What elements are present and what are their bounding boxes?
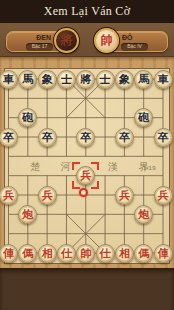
piece-red-仕-r9c5[interactable]: 仕	[96, 244, 115, 263]
piece-glyph: 炮	[22, 209, 33, 220]
player-name-red: ĐỎ	[122, 34, 133, 41]
piece-glyph: 卒	[158, 132, 169, 143]
header-bar: Xem Lại Ván Cờ	[0, 0, 174, 23]
piece-glyph: 傌	[138, 248, 149, 259]
piece-red-相-r9c2[interactable]: 相	[38, 244, 57, 263]
piece-glyph: 士	[61, 74, 72, 85]
piece-glyph: 象	[119, 74, 130, 85]
piece-red-炮-r7c7[interactable]: 炮	[134, 205, 153, 224]
piece-glyph: 仕	[100, 248, 111, 259]
piece-glyph: 俥	[3, 248, 14, 259]
piece-black-象-r0c6[interactable]: 象	[115, 70, 134, 89]
piece-red-傌-r9c1[interactable]: 傌	[18, 244, 37, 263]
piece-black-象-r0c2[interactable]: 象	[38, 70, 57, 89]
piece-glyph: 兵	[119, 190, 130, 201]
piece-glyph: 砲	[138, 112, 149, 123]
piece-black-卒-r3c2[interactable]: 卒	[38, 128, 57, 147]
piece-black-士-r0c5[interactable]: 士	[96, 70, 115, 89]
piece-red-炮-r7c1[interactable]: 炮	[18, 205, 37, 224]
piece-glyph: 卒	[119, 132, 130, 143]
piece-red-兵-r6c6[interactable]: 兵	[115, 186, 134, 205]
piece-black-卒-r3c4[interactable]: 卒	[76, 128, 95, 147]
move-origin-marker	[79, 188, 88, 197]
piece-glyph: 仕	[61, 248, 72, 259]
player-name-black: ĐEN	[36, 34, 51, 41]
piece-red-兵-r6c2[interactable]: 兵	[38, 186, 57, 205]
piece-red-仕-r9c3[interactable]: 仕	[57, 244, 76, 263]
piece-glyph: 兵	[158, 190, 169, 201]
xiangqi-board[interactable]: 楚 河 漢 界 1/19 車馬象士將士象馬車砲砲卒卒卒卒卒兵兵兵兵兵炮炮俥傌相仕…	[0, 57, 174, 268]
piece-glyph: 相	[42, 248, 53, 259]
piece-black-卒-r3c0[interactable]: 卒	[0, 128, 18, 147]
piece-glyph: 車	[3, 74, 14, 85]
piece-black-卒-r3c6[interactable]: 卒	[115, 128, 134, 147]
piece-black-馬-r0c1[interactable]: 馬	[18, 70, 37, 89]
piece-black-卒-r3c8[interactable]: 卒	[154, 128, 173, 147]
piece-red-兵-r6c8[interactable]: 兵	[154, 186, 173, 205]
piece-glyph: 俥	[158, 248, 169, 259]
piece-glyph: 相	[119, 248, 130, 259]
piece-glyph: 馬	[138, 74, 149, 85]
avatar-red-general: 帥	[94, 28, 119, 53]
piece-glyph: 兵	[80, 170, 91, 181]
piece-glyph: 馬	[22, 74, 33, 85]
piece-red-俥-r9c0[interactable]: 俥	[0, 244, 18, 263]
avatar-black-general: 將	[54, 28, 79, 53]
replay-toolbar: ↵ ‹ ▶ › ▶»	[0, 268, 174, 310]
piece-glyph: 帥	[80, 248, 91, 259]
board-field[interactable]: 楚 河 漢 界 1/19 車馬象士將士象馬車砲砲卒卒卒卒卒兵兵兵兵兵炮炮俥傌相仕…	[4, 68, 170, 264]
app-screen: Xem Lại Ván Cờ ĐEN Bậc 17 將 ĐỎ Bậc IV 帥 …	[0, 0, 174, 310]
player-bar: ĐEN Bậc 17 將 ĐỎ Bậc IV 帥	[0, 23, 174, 57]
piece-red-俥-r9c8[interactable]: 俥	[154, 244, 173, 263]
piece-glyph: 兵	[42, 190, 53, 201]
piece-red-兵-r6c0[interactable]: 兵	[0, 186, 18, 205]
piece-glyph: 將	[80, 74, 91, 85]
piece-black-車-r0c0[interactable]: 車	[0, 70, 18, 89]
piece-black-車-r0c8[interactable]: 車	[154, 70, 173, 89]
piece-glyph: 士	[100, 74, 111, 85]
piece-glyph: 卒	[80, 132, 91, 143]
piece-red-相-r9c6[interactable]: 相	[115, 244, 134, 263]
piece-black-馬-r0c7[interactable]: 馬	[134, 70, 153, 89]
piece-black-將-r0c4[interactable]: 將	[76, 70, 95, 89]
piece-glyph: 卒	[42, 132, 53, 143]
piece-black-士-r0c3[interactable]: 士	[57, 70, 76, 89]
piece-red-傌-r9c7[interactable]: 傌	[134, 244, 153, 263]
piece-glyph: 傌	[22, 248, 33, 259]
player-rank-red: Bậc IV	[121, 43, 148, 51]
piece-red-帥-r9c4[interactable]: 帥	[76, 244, 95, 263]
player-rank-black: Bậc 17	[26, 43, 53, 51]
piece-glyph: 兵	[3, 190, 14, 201]
piece-glyph: 卒	[3, 132, 14, 143]
piece-glyph: 砲	[22, 112, 33, 123]
piece-glyph: 象	[42, 74, 53, 85]
piece-glyph: 炮	[138, 209, 149, 220]
page-title: Xem Lại Ván Cờ	[44, 4, 131, 19]
move-counter: 1/19	[143, 165, 156, 171]
piece-glyph: 車	[158, 74, 169, 85]
river-text-left: 楚 河	[30, 160, 80, 174]
